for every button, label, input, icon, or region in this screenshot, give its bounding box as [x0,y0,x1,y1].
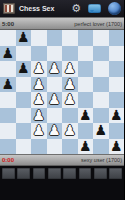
piece-white-pawn[interactable]: ♟ [48,92,61,108]
square-a1[interactable] [0,139,16,155]
square-e6[interactable]: ♟ [62,61,78,77]
square-h5[interactable] [109,77,125,93]
piece-white-pawn[interactable]: ♟ [63,92,76,108]
chat-bubble-icon[interactable] [88,4,101,13]
square-h6[interactable] [109,61,125,77]
captured-slot [48,168,61,179]
square-a3[interactable] [0,108,16,124]
square-e2[interactable]: ♟ [62,123,78,139]
square-d8[interactable] [47,30,63,46]
square-f3[interactable]: ♟ [78,108,94,124]
square-e8[interactable] [62,30,78,46]
square-e5[interactable]: ♟ [62,77,78,93]
piece-white-pawn[interactable]: ♟ [63,61,76,77]
square-a7[interactable]: ♟ [0,46,16,62]
square-e4[interactable]: ♟ [62,92,78,108]
piece-white-pawn[interactable]: ♟ [32,92,45,108]
square-b5[interactable] [16,77,32,93]
square-f6[interactable] [78,61,94,77]
app-icon [3,3,15,14]
square-g6[interactable] [93,61,109,77]
captured-slot [109,168,122,179]
piece-black-pawn[interactable]: ♟ [79,108,92,124]
square-g2[interactable]: ♟ [93,123,109,139]
square-e1[interactable] [62,139,78,155]
square-d4[interactable]: ♟ [47,92,63,108]
captured-slot [63,168,76,179]
square-d3[interactable] [47,108,63,124]
square-d1[interactable] [47,139,63,155]
captured-slot [79,168,92,179]
header-actions: ⚙ [71,2,121,15]
piece-black-pawn[interactable]: ♟ [1,46,14,62]
square-b8[interactable]: ♟ [16,30,32,46]
piece-black-pawn[interactable]: ♟ [17,61,30,77]
captured-slot [2,168,15,179]
captured-slot [94,168,107,179]
piece-white-pawn[interactable]: ♟ [32,108,45,124]
square-g1[interactable] [93,139,109,155]
square-c3[interactable]: ♟ [31,108,47,124]
square-d6[interactable]: ♟ [47,61,63,77]
square-g8[interactable] [93,30,109,46]
captured-pieces-tray [0,166,124,200]
piece-white-pawn[interactable]: ♟ [32,61,45,77]
square-g4[interactable] [93,92,109,108]
square-b6[interactable]: ♟ [16,61,32,77]
square-b1[interactable] [16,139,32,155]
square-h4[interactable] [109,92,125,108]
globe-icon[interactable] [108,2,121,15]
piece-black-pawn[interactable]: ♟ [1,77,14,93]
square-f4[interactable] [78,92,94,108]
square-a2[interactable] [0,123,16,139]
square-d7[interactable] [47,46,63,62]
piece-black-pawn[interactable]: ♟ [17,30,30,46]
square-e3[interactable] [62,108,78,124]
square-f8[interactable] [78,30,94,46]
chess-board: ♟♟♟♟♟♟♟♟♟♟♟♟♟♟♟♟♟♟♟♟♟ [0,30,124,154]
top-player-clock: 5:00 [2,21,14,27]
piece-black-pawn[interactable]: ♟ [94,123,107,139]
bottom-player-clock: 0:00 [2,157,14,163]
piece-black-pawn[interactable]: ♟ [110,108,123,124]
square-c2[interactable]: ♟ [31,123,47,139]
square-h3[interactable]: ♟ [109,108,125,124]
square-h2[interactable] [109,123,125,139]
square-a4[interactable] [0,92,16,108]
square-f2[interactable] [78,123,94,139]
header: Chess Sex ⚙ [0,0,124,17]
square-d2[interactable]: ♟ [47,123,63,139]
square-c1[interactable] [31,139,47,155]
app-window: Chess Sex ⚙ 5:00 perfect lover (1700) ♟♟… [0,0,124,200]
square-f1[interactable]: ♟ [78,139,94,155]
square-c8[interactable] [31,30,47,46]
piece-white-pawn[interactable]: ♟ [32,77,45,93]
square-e7[interactable] [62,46,78,62]
piece-white-pawn[interactable]: ♟ [48,61,61,77]
square-h8[interactable] [109,30,125,46]
piece-white-pawn[interactable]: ♟ [63,77,76,93]
square-c6[interactable]: ♟ [31,61,47,77]
square-b3[interactable] [16,108,32,124]
square-f5[interactable] [78,77,94,93]
piece-white-pawn[interactable]: ♟ [32,123,45,139]
square-h1[interactable]: ♟ [109,139,125,155]
square-g5[interactable] [93,77,109,93]
square-b7[interactable] [16,46,32,62]
square-c4[interactable]: ♟ [31,92,47,108]
top-player-name: perfect lover (1700) [74,21,122,27]
square-a8[interactable] [0,30,16,46]
piece-white-pawn[interactable]: ♟ [63,123,76,139]
settings-gear-icon[interactable]: ⚙ [71,3,81,14]
square-b2[interactable] [16,123,32,139]
square-g3[interactable] [93,108,109,124]
bottom-player-name: sexy user (1700) [81,157,122,163]
piece-black-pawn[interactable]: ♟ [79,139,92,155]
piece-black-pawn[interactable]: ♟ [110,139,123,155]
square-b4[interactable] [16,92,32,108]
captured-slot [33,168,46,179]
square-h7[interactable] [109,46,125,62]
square-c5[interactable]: ♟ [31,77,47,93]
square-f7[interactable] [78,46,94,62]
square-g7[interactable] [93,46,109,62]
square-a6[interactable] [0,61,16,77]
square-c7[interactable] [31,46,47,62]
bottom-player-bar: 0:00 sexy user (1700) [0,154,124,166]
app-title: Chess Sex [19,5,54,12]
square-a5[interactable]: ♟ [0,77,16,93]
square-d5[interactable] [47,77,63,93]
captured-slot [17,168,30,179]
piece-white-pawn[interactable]: ♟ [48,123,61,139]
